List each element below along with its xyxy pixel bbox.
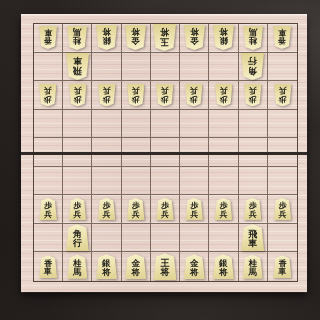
piece-kanji: 兵 — [278, 85, 286, 93]
square-4b[interactable] — [180, 53, 209, 82]
square-8f[interactable] — [63, 167, 92, 196]
piece-kanji: 兵 — [103, 85, 111, 93]
piece-face: 歩兵 — [215, 84, 233, 107]
piece-kanji: 歩 — [132, 93, 140, 101]
piece-kanji: 兵 — [44, 85, 52, 93]
piece-gote-pawn[interactable]: 歩兵 — [274, 84, 292, 107]
piece-kanji: 馬 — [248, 27, 257, 36]
piece-kanji: 香 — [44, 36, 52, 44]
square-9b[interactable] — [34, 53, 63, 82]
square-3a[interactable]: 銀将 — [209, 24, 238, 53]
piece-kanji: 将 — [219, 27, 228, 36]
square-4d[interactable] — [180, 110, 209, 139]
piece-kanji: 玉 — [160, 36, 169, 46]
piece-sente-pawn[interactable]: 歩兵 — [274, 198, 292, 221]
square-1b[interactable] — [268, 53, 297, 82]
piece-face: 角行 — [66, 224, 89, 251]
piece-face: 歩兵 — [127, 84, 145, 107]
piece-face: 歩兵 — [98, 84, 116, 107]
piece-kanji: 兵 — [219, 85, 227, 93]
piece-kanji: 兵 — [44, 211, 52, 219]
square-8c[interactable]: 歩兵 — [63, 81, 92, 110]
piece-gote-pawn[interactable]: 歩兵 — [244, 84, 262, 107]
square-4a[interactable]: 金将 — [180, 24, 209, 53]
piece-kanji: 兵 — [73, 85, 81, 93]
square-8g[interactable]: 歩兵 — [63, 195, 92, 224]
square-3g[interactable]: 歩兵 — [209, 195, 238, 224]
square-1h[interactable] — [268, 224, 297, 253]
shogi-board: 香車桂馬銀将金将玉将金将銀将桂馬香車飛車角行歩兵歩兵歩兵歩兵歩兵歩兵歩兵歩兵歩兵… — [21, 14, 307, 292]
square-9d[interactable] — [34, 110, 63, 139]
square-3c[interactable]: 歩兵 — [209, 81, 238, 110]
piece-face: 歩兵 — [274, 198, 292, 221]
piece-gote-pawn[interactable]: 歩兵 — [215, 84, 233, 107]
square-7b[interactable] — [92, 53, 121, 82]
piece-kanji: 兵 — [190, 211, 198, 219]
square-1g[interactable]: 歩兵 — [268, 195, 297, 224]
piece-face: 桂馬 — [243, 26, 263, 50]
piece-gote-gold[interactable]: 金将 — [184, 25, 205, 50]
piece-sente-silver[interactable]: 銀将 — [96, 254, 117, 279]
piece-kanji: 歩 — [249, 93, 257, 101]
piece-sente-silver[interactable]: 銀将 — [213, 254, 234, 279]
piece-gote-rook[interactable]: 飛車 — [66, 53, 89, 80]
board-fold-line — [21, 152, 307, 155]
piece-face: 飛車 — [66, 53, 89, 80]
square-6f[interactable] — [122, 167, 151, 196]
piece-kanji: 桂 — [73, 36, 82, 45]
square-7i[interactable]: 銀将 — [92, 252, 121, 281]
piece-sente-lance[interactable]: 香車 — [273, 255, 291, 278]
square-5c[interactable]: 歩兵 — [151, 81, 180, 110]
piece-kanji: 将 — [102, 27, 111, 36]
square-1c[interactable]: 歩兵 — [268, 81, 297, 110]
piece-sente-rook[interactable]: 飛車 — [241, 224, 264, 251]
square-4i[interactable]: 金将 — [180, 252, 209, 281]
piece-kanji: 銀 — [102, 36, 111, 45]
piece-sente-pawn[interactable]: 歩兵 — [244, 198, 262, 221]
piece-gote-gold[interactable]: 金将 — [125, 25, 146, 50]
piece-face: 香車 — [273, 255, 291, 278]
square-5i[interactable]: 王将 — [151, 252, 180, 281]
square-2f[interactable] — [239, 167, 268, 196]
square-3i[interactable]: 銀将 — [209, 252, 238, 281]
piece-gote-pawn[interactable]: 歩兵 — [98, 84, 116, 107]
square-7c[interactable]: 歩兵 — [92, 81, 121, 110]
square-6d[interactable] — [122, 110, 151, 139]
piece-face: 桂馬 — [67, 26, 87, 50]
piece-face: 歩兵 — [156, 198, 174, 221]
piece-sente-pawn[interactable]: 歩兵 — [127, 198, 145, 221]
piece-face: 歩兵 — [274, 84, 292, 107]
piece-gote-lance[interactable]: 香車 — [273, 26, 291, 49]
table-background: 香車桂馬銀将金将玉将金将銀将桂馬香車飛車角行歩兵歩兵歩兵歩兵歩兵歩兵歩兵歩兵歩兵… — [0, 0, 320, 320]
piece-kanji: 歩 — [103, 93, 111, 101]
square-2d[interactable] — [239, 110, 268, 139]
square-7a[interactable]: 銀将 — [92, 24, 121, 53]
piece-kanji: 車 — [44, 28, 52, 36]
piece-kanji: 香 — [278, 36, 286, 44]
square-5d[interactable] — [151, 110, 180, 139]
piece-face: 歩兵 — [127, 198, 145, 221]
piece-gote-pawn[interactable]: 歩兵 — [127, 84, 145, 107]
piece-kanji: 車 — [248, 239, 257, 249]
piece-kanji: 銀 — [219, 36, 228, 45]
piece-sente-knight[interactable]: 桂馬 — [243, 255, 263, 279]
piece-sente-bishop[interactable]: 角行 — [66, 224, 89, 251]
piece-gote-pawn[interactable]: 歩兵 — [39, 84, 57, 107]
square-3b[interactable] — [209, 53, 238, 82]
square-6b[interactable] — [122, 53, 151, 82]
piece-sente-knight[interactable]: 桂馬 — [67, 255, 87, 279]
square-1f[interactable] — [268, 167, 297, 196]
piece-face: 銀将 — [213, 254, 234, 279]
square-9i[interactable]: 香車 — [34, 252, 63, 281]
piece-kanji: 歩 — [44, 93, 52, 101]
square-5a[interactable]: 玉将 — [151, 24, 180, 53]
square-4g[interactable]: 歩兵 — [180, 195, 209, 224]
piece-kanji: 兵 — [219, 211, 227, 219]
piece-kanji: 車 — [44, 268, 52, 276]
square-2b[interactable]: 角行 — [239, 53, 268, 82]
square-2h[interactable]: 飛車 — [239, 224, 268, 253]
piece-kanji: 馬 — [248, 268, 257, 277]
piece-sente-pawn[interactable]: 歩兵 — [69, 198, 87, 221]
square-9a[interactable]: 香車 — [34, 24, 63, 53]
square-9c[interactable]: 歩兵 — [34, 81, 63, 110]
square-2a[interactable]: 桂馬 — [239, 24, 268, 53]
piece-sente-king[interactable]: 王将 — [153, 253, 176, 280]
piece-kanji: 兵 — [278, 211, 286, 219]
piece-kanji: 将 — [219, 268, 228, 277]
square-2i[interactable]: 桂馬 — [239, 252, 268, 281]
piece-kanji: 角 — [248, 65, 257, 75]
piece-gote-king[interactable]: 玉将 — [153, 24, 176, 51]
piece-gote-pawn[interactable]: 歩兵 — [156, 84, 174, 107]
piece-face: 金将 — [184, 25, 205, 50]
piece-gote-knight[interactable]: 桂馬 — [67, 26, 87, 50]
piece-kanji: 歩 — [190, 93, 198, 101]
square-5h[interactable] — [151, 224, 180, 253]
piece-face: 角行 — [241, 53, 264, 80]
square-1d[interactable] — [268, 110, 297, 139]
piece-face: 歩兵 — [185, 198, 203, 221]
piece-face: 金将 — [125, 25, 146, 50]
piece-kanji: 兵 — [132, 85, 140, 93]
piece-face: 桂馬 — [67, 255, 87, 279]
square-9f[interactable] — [34, 167, 63, 196]
square-6h[interactable] — [122, 224, 151, 253]
piece-face: 銀将 — [96, 25, 117, 50]
piece-gote-silver[interactable]: 銀将 — [96, 25, 117, 50]
piece-kanji: 桂 — [248, 36, 257, 45]
piece-sente-gold[interactable]: 金将 — [184, 254, 205, 279]
piece-kanji: 行 — [248, 55, 257, 65]
piece-face: 香車 — [273, 26, 291, 49]
piece-gote-pawn[interactable]: 歩兵 — [185, 84, 203, 107]
piece-kanji: 将 — [102, 268, 111, 277]
piece-kanji: 将 — [190, 268, 199, 277]
piece-kanji: 兵 — [249, 211, 257, 219]
piece-kanji: 歩 — [278, 93, 286, 101]
square-6a[interactable]: 金将 — [122, 24, 151, 53]
square-5b[interactable] — [151, 53, 180, 82]
square-6c[interactable]: 歩兵 — [122, 81, 151, 110]
square-5g[interactable]: 歩兵 — [151, 195, 180, 224]
piece-sente-pawn[interactable]: 歩兵 — [185, 198, 203, 221]
square-6g[interactable]: 歩兵 — [122, 195, 151, 224]
piece-kanji: 将 — [160, 268, 169, 278]
square-7f[interactable] — [92, 167, 121, 196]
square-8d[interactable] — [63, 110, 92, 139]
square-4c[interactable]: 歩兵 — [180, 81, 209, 110]
piece-kanji: 兵 — [103, 211, 111, 219]
piece-face: 歩兵 — [69, 198, 87, 221]
piece-face: 香車 — [39, 255, 57, 278]
piece-face: 王将 — [153, 253, 176, 280]
piece-face: 歩兵 — [244, 198, 262, 221]
piece-kanji: 車 — [278, 28, 286, 36]
piece-face: 歩兵 — [98, 198, 116, 221]
square-8a[interactable]: 桂馬 — [63, 24, 92, 53]
piece-sente-pawn[interactable]: 歩兵 — [215, 198, 233, 221]
square-7d[interactable] — [92, 110, 121, 139]
piece-sente-pawn[interactable]: 歩兵 — [98, 198, 116, 221]
piece-kanji: 兵 — [132, 211, 140, 219]
piece-kanji: 兵 — [190, 85, 198, 93]
square-2c[interactable]: 歩兵 — [239, 81, 268, 110]
piece-face: 香車 — [39, 26, 57, 49]
piece-gote-silver[interactable]: 銀将 — [213, 25, 234, 50]
piece-face: 飛車 — [241, 224, 264, 251]
square-4f[interactable] — [180, 167, 209, 196]
piece-face: 歩兵 — [39, 198, 57, 221]
piece-kanji: 歩 — [161, 93, 169, 101]
piece-kanji: 兵 — [249, 85, 257, 93]
piece-kanji: 車 — [73, 55, 82, 65]
piece-kanji: 馬 — [73, 27, 82, 36]
piece-face: 歩兵 — [185, 84, 203, 107]
square-8b[interactable]: 飛車 — [63, 53, 92, 82]
piece-kanji: 兵 — [161, 211, 169, 219]
piece-face: 歩兵 — [156, 84, 174, 107]
piece-sente-gold[interactable]: 金将 — [125, 254, 146, 279]
piece-kanji: 兵 — [73, 211, 81, 219]
piece-face: 玉将 — [153, 24, 176, 51]
square-7g[interactable]: 歩兵 — [92, 195, 121, 224]
piece-face: 歩兵 — [69, 84, 87, 107]
piece-gote-pawn[interactable]: 歩兵 — [69, 84, 87, 107]
piece-face: 歩兵 — [215, 198, 233, 221]
piece-kanji: 金 — [132, 36, 141, 45]
piece-face: 歩兵 — [244, 84, 262, 107]
piece-face: 銀将 — [96, 254, 117, 279]
piece-kanji: 歩 — [73, 93, 81, 101]
piece-gote-lance[interactable]: 香車 — [39, 26, 57, 49]
piece-sente-pawn[interactable]: 歩兵 — [39, 198, 57, 221]
piece-kanji: 行 — [73, 239, 82, 249]
piece-face: 金将 — [184, 254, 205, 279]
piece-kanji: 馬 — [73, 268, 82, 277]
square-3f[interactable] — [209, 167, 238, 196]
square-3h[interactable] — [209, 224, 238, 253]
piece-kanji: 将 — [190, 27, 199, 36]
piece-kanji: 将 — [132, 268, 141, 277]
square-3d[interactable] — [209, 110, 238, 139]
square-1i[interactable]: 香車 — [268, 252, 297, 281]
piece-sente-lance[interactable]: 香車 — [39, 255, 57, 278]
piece-face: 銀将 — [213, 25, 234, 50]
piece-kanji: 兵 — [161, 85, 169, 93]
square-8h[interactable]: 角行 — [63, 224, 92, 253]
piece-kanji: 飛 — [73, 65, 82, 75]
square-9h[interactable] — [34, 224, 63, 253]
piece-face: 桂馬 — [243, 255, 263, 279]
piece-kanji: 金 — [190, 36, 199, 45]
piece-face: 歩兵 — [39, 84, 57, 107]
piece-sente-pawn[interactable]: 歩兵 — [156, 198, 174, 221]
square-2g[interactable]: 歩兵 — [239, 195, 268, 224]
square-5f[interactable] — [151, 167, 180, 196]
piece-gote-knight[interactable]: 桂馬 — [243, 26, 263, 50]
square-7h[interactable] — [92, 224, 121, 253]
square-1a[interactable]: 香車 — [268, 24, 297, 53]
piece-kanji: 将 — [132, 27, 141, 36]
piece-gote-bishop[interactable]: 角行 — [241, 53, 264, 80]
piece-kanji: 将 — [160, 27, 169, 37]
piece-face: 金将 — [125, 254, 146, 279]
square-4h[interactable] — [180, 224, 209, 253]
square-9g[interactable]: 歩兵 — [34, 195, 63, 224]
square-8i[interactable]: 桂馬 — [63, 252, 92, 281]
square-6i[interactable]: 金将 — [122, 252, 151, 281]
piece-kanji: 車 — [278, 268, 286, 276]
piece-kanji: 歩 — [219, 93, 227, 101]
